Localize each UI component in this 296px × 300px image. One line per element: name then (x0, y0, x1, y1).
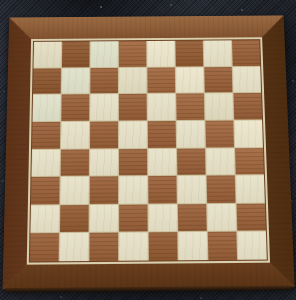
square-d4[interactable] (119, 149, 147, 176)
square-c1[interactable] (89, 233, 118, 261)
fabric-speckles (100, 6, 102, 8)
square-a2[interactable] (30, 205, 59, 233)
board-grid (30, 40, 267, 261)
square-e6[interactable] (148, 94, 176, 120)
square-g8[interactable] (204, 40, 232, 66)
square-h7[interactable] (233, 66, 261, 92)
square-h1[interactable] (237, 232, 266, 260)
square-b5[interactable] (61, 122, 89, 149)
square-c8[interactable] (90, 41, 117, 67)
square-h6[interactable] (233, 93, 262, 119)
square-d5[interactable] (119, 121, 147, 148)
square-d6[interactable] (119, 94, 147, 120)
square-c3[interactable] (90, 176, 118, 203)
board-field-outline (29, 39, 268, 262)
square-c5[interactable] (90, 121, 118, 148)
square-f5[interactable] (177, 121, 205, 148)
square-b8[interactable] (62, 41, 90, 67)
square-c7[interactable] (90, 68, 118, 94)
square-a8[interactable] (34, 42, 62, 68)
square-d3[interactable] (119, 176, 147, 203)
square-e8[interactable] (147, 41, 175, 67)
square-f6[interactable] (176, 94, 204, 120)
square-b2[interactable] (60, 205, 89, 233)
photo-scene (0, 0, 296, 300)
square-e5[interactable] (148, 121, 176, 148)
square-b4[interactable] (61, 149, 89, 176)
square-e3[interactable] (148, 176, 177, 203)
square-e7[interactable] (147, 67, 175, 93)
square-a3[interactable] (31, 177, 60, 204)
board-inlay-border (27, 37, 270, 264)
chess-board (3, 15, 295, 289)
square-c4[interactable] (90, 149, 118, 176)
square-a6[interactable] (32, 95, 60, 121)
square-b7[interactable] (62, 68, 90, 94)
square-b3[interactable] (60, 177, 89, 204)
square-f3[interactable] (177, 176, 206, 203)
square-e2[interactable] (148, 204, 177, 232)
square-g1[interactable] (208, 232, 237, 260)
square-d1[interactable] (119, 233, 148, 261)
square-e4[interactable] (148, 148, 176, 175)
square-d8[interactable] (119, 41, 147, 67)
square-f4[interactable] (177, 148, 206, 175)
square-h4[interactable] (235, 148, 264, 175)
square-a1[interactable] (30, 233, 59, 261)
square-h3[interactable] (236, 175, 265, 202)
square-g2[interactable] (207, 204, 236, 232)
square-c2[interactable] (90, 205, 119, 233)
square-f2[interactable] (178, 204, 207, 232)
square-a7[interactable] (33, 68, 61, 94)
square-g6[interactable] (205, 93, 233, 119)
square-a4[interactable] (31, 149, 60, 176)
square-h5[interactable] (234, 120, 263, 147)
square-c6[interactable] (90, 94, 118, 120)
square-f7[interactable] (176, 67, 204, 93)
square-f8[interactable] (175, 41, 203, 67)
square-e1[interactable] (149, 233, 178, 261)
square-h2[interactable] (237, 203, 266, 231)
square-f1[interactable] (178, 232, 207, 260)
square-b1[interactable] (60, 233, 89, 261)
square-g4[interactable] (206, 148, 235, 175)
square-b6[interactable] (61, 95, 89, 121)
square-g7[interactable] (204, 67, 232, 93)
square-g3[interactable] (207, 176, 236, 203)
square-d7[interactable] (119, 67, 147, 93)
square-d2[interactable] (119, 204, 148, 232)
square-a5[interactable] (32, 122, 60, 149)
square-h8[interactable] (232, 40, 260, 66)
square-g5[interactable] (205, 120, 234, 147)
